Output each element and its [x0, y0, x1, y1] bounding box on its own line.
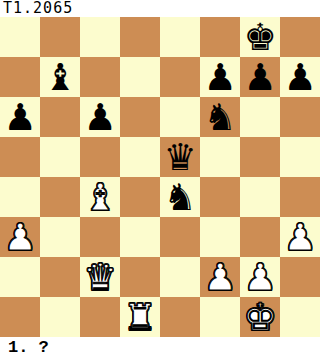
square-e6[interactable]: [160, 97, 200, 137]
square-f7[interactable]: ♟: [200, 57, 240, 97]
square-a5[interactable]: [0, 137, 40, 177]
white-king-icon: ♚: [240, 297, 280, 337]
square-f1[interactable]: [200, 297, 240, 337]
square-c3[interactable]: [80, 217, 120, 257]
square-a7[interactable]: [0, 57, 40, 97]
black-bishop-icon: ♝: [40, 57, 80, 97]
square-h3[interactable]: ♟: [280, 217, 320, 257]
square-h6[interactable]: [280, 97, 320, 137]
square-f6[interactable]: ♞: [200, 97, 240, 137]
black-knight-icon: ♞: [160, 177, 200, 217]
square-c4[interactable]: ♝: [80, 177, 120, 217]
square-a1[interactable]: [0, 297, 40, 337]
square-d5[interactable]: [120, 137, 160, 177]
square-f4[interactable]: [200, 177, 240, 217]
square-e8[interactable]: [160, 17, 200, 57]
puzzle-page: T1.2065 ♚♝♟♟♟♟♟♞♛♝♞♟♟♛♟♟♜♚ 1. ?: [0, 0, 320, 360]
square-e3[interactable]: [160, 217, 200, 257]
square-g8[interactable]: ♚: [240, 17, 280, 57]
white-pawn-icon: ♟: [0, 217, 40, 257]
square-b2[interactable]: [40, 257, 80, 297]
square-d6[interactable]: [120, 97, 160, 137]
black-pawn-icon: ♟: [240, 57, 280, 97]
square-f3[interactable]: [200, 217, 240, 257]
square-g5[interactable]: [240, 137, 280, 177]
square-h1[interactable]: [280, 297, 320, 337]
square-g4[interactable]: [240, 177, 280, 217]
square-f5[interactable]: [200, 137, 240, 177]
square-d2[interactable]: [120, 257, 160, 297]
square-b6[interactable]: [40, 97, 80, 137]
square-b3[interactable]: [40, 217, 80, 257]
square-e4[interactable]: ♞: [160, 177, 200, 217]
square-a4[interactable]: [0, 177, 40, 217]
white-pawn-icon: ♟: [240, 257, 280, 297]
square-c1[interactable]: [80, 297, 120, 337]
white-rook-icon: ♜: [120, 297, 160, 337]
puzzle-title: T1.2065: [0, 0, 320, 17]
black-pawn-icon: ♟: [280, 57, 320, 97]
square-c6[interactable]: ♟: [80, 97, 120, 137]
square-g1[interactable]: ♚: [240, 297, 280, 337]
square-g6[interactable]: [240, 97, 280, 137]
square-h5[interactable]: [280, 137, 320, 177]
square-g3[interactable]: [240, 217, 280, 257]
square-c8[interactable]: [80, 17, 120, 57]
square-c2[interactable]: ♛: [80, 257, 120, 297]
square-d1[interactable]: ♜: [120, 297, 160, 337]
black-pawn-icon: ♟: [0, 97, 40, 137]
square-c5[interactable]: [80, 137, 120, 177]
square-e2[interactable]: [160, 257, 200, 297]
square-h7[interactable]: ♟: [280, 57, 320, 97]
black-pawn-icon: ♟: [200, 57, 240, 97]
square-g7[interactable]: ♟: [240, 57, 280, 97]
square-a2[interactable]: [0, 257, 40, 297]
square-g2[interactable]: ♟: [240, 257, 280, 297]
square-b7[interactable]: ♝: [40, 57, 80, 97]
square-f2[interactable]: ♟: [200, 257, 240, 297]
square-c7[interactable]: [80, 57, 120, 97]
chess-board: ♚♝♟♟♟♟♟♞♛♝♞♟♟♛♟♟♜♚: [0, 17, 320, 337]
square-a3[interactable]: ♟: [0, 217, 40, 257]
square-h4[interactable]: [280, 177, 320, 217]
white-pawn-icon: ♟: [280, 217, 320, 257]
square-h2[interactable]: [280, 257, 320, 297]
square-d7[interactable]: [120, 57, 160, 97]
square-b5[interactable]: [40, 137, 80, 177]
square-d8[interactable]: [120, 17, 160, 57]
square-b8[interactable]: [40, 17, 80, 57]
black-knight-icon: ♞: [200, 97, 240, 137]
square-a6[interactable]: ♟: [0, 97, 40, 137]
square-a8[interactable]: [0, 17, 40, 57]
square-f8[interactable]: [200, 17, 240, 57]
square-e1[interactable]: [160, 297, 200, 337]
square-d4[interactable]: [120, 177, 160, 217]
square-b4[interactable]: [40, 177, 80, 217]
black-pawn-icon: ♟: [80, 97, 120, 137]
square-e7[interactable]: [160, 57, 200, 97]
white-queen-icon: ♛: [80, 257, 120, 297]
square-b1[interactable]: [40, 297, 80, 337]
square-e5[interactable]: ♛: [160, 137, 200, 177]
white-bishop-icon: ♝: [80, 177, 120, 217]
square-h8[interactable]: [280, 17, 320, 57]
square-d3[interactable]: [120, 217, 160, 257]
move-prompt: 1. ?: [0, 337, 320, 360]
white-pawn-icon: ♟: [200, 257, 240, 297]
black-queen-icon: ♛: [160, 137, 200, 177]
black-king-icon: ♚: [240, 17, 280, 57]
